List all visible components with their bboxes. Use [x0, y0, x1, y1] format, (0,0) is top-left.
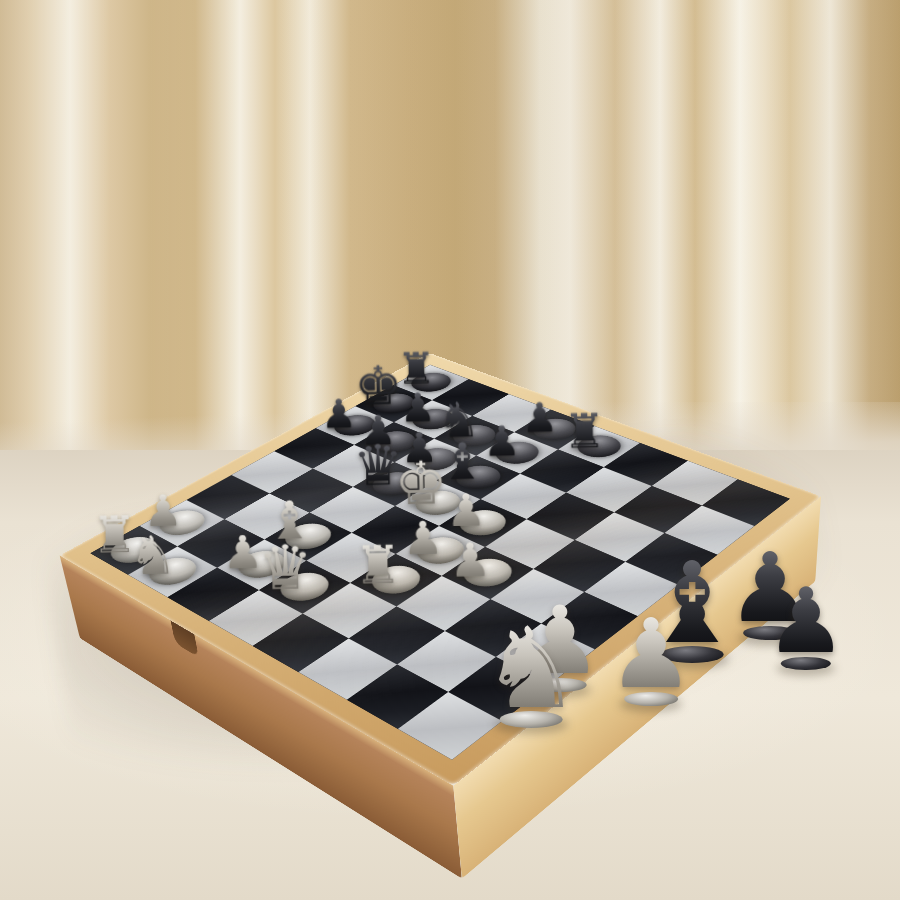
black-pawn[interactable]: ♟	[321, 394, 357, 434]
product-photo-scene: ♜♟♜♚♟♞♟♟♟♟♝♛♚♟♟♟♝♜♟♟♛♜♞ ♞♟♟♝♟♟	[0, 0, 900, 900]
silver-pawn[interactable]: ♟	[446, 488, 487, 533]
black-pawn[interactable]: ♟	[521, 397, 558, 438]
tray-handle-notch[interactable]	[171, 620, 199, 657]
silver-rook[interactable]: ♜	[354, 538, 402, 592]
black-rook[interactable]: ♜	[563, 408, 606, 456]
captured-silver-knight[interactable]: ♞	[481, 612, 581, 724]
black-king[interactable]: ♚	[354, 358, 403, 412]
black-pawn[interactable]: ♟	[483, 420, 521, 462]
captured-silver-pawn[interactable]: ♟	[608, 606, 694, 702]
silver-knight[interactable]: ♞	[128, 529, 177, 583]
silver-king[interactable]: ♚	[394, 453, 448, 513]
silver-pawn[interactable]: ♟	[449, 537, 492, 584]
captured-black-pawn[interactable]: ♟	[766, 576, 847, 666]
silver-queen[interactable]: ♛	[257, 537, 313, 599]
silver-pawn[interactable]: ♟	[402, 516, 444, 562]
